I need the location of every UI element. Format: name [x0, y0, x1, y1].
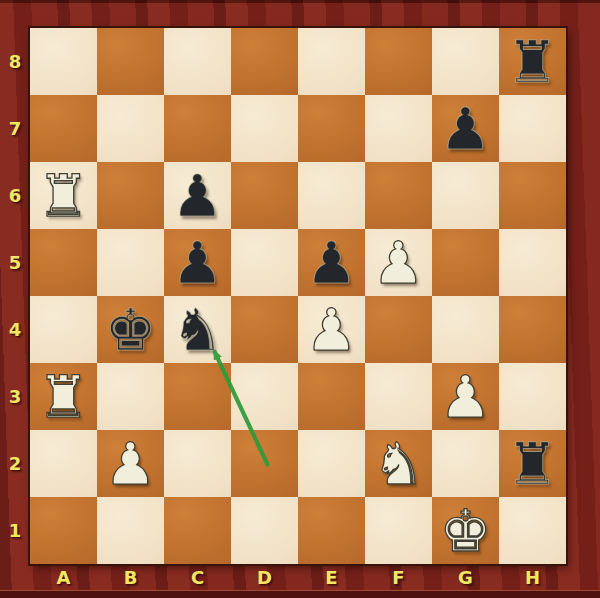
frame-bottom-edge: [0, 590, 600, 598]
square-g5[interactable]: [432, 229, 499, 296]
square-d5[interactable]: [231, 229, 298, 296]
square-a4[interactable]: [30, 296, 97, 363]
square-d3[interactable]: [231, 363, 298, 430]
square-b3[interactable]: [97, 363, 164, 430]
square-g3[interactable]: ♟: [432, 363, 499, 430]
square-f3[interactable]: [365, 363, 432, 430]
square-a8[interactable]: [30, 28, 97, 95]
square-e8[interactable]: [298, 28, 365, 95]
piece-black-pawn[interactable]: ♟: [440, 100, 492, 158]
square-b5[interactable]: [97, 229, 164, 296]
square-e1[interactable]: [298, 497, 365, 564]
square-a6[interactable]: ♜: [30, 162, 97, 229]
piece-black-knight[interactable]: ♞: [172, 301, 224, 359]
piece-white-rook[interactable]: ♜: [38, 167, 90, 225]
square-b8[interactable]: [97, 28, 164, 95]
square-f4[interactable]: [365, 296, 432, 363]
file-label-d: D: [231, 564, 298, 590]
square-h5[interactable]: [499, 229, 566, 296]
square-c1[interactable]: [164, 497, 231, 564]
piece-black-pawn[interactable]: ♟: [172, 234, 224, 292]
square-f8[interactable]: [365, 28, 432, 95]
file-label-h: H: [499, 564, 566, 590]
piece-black-pawn[interactable]: ♟: [172, 167, 224, 225]
square-h3[interactable]: [499, 363, 566, 430]
square-c4[interactable]: ♞: [164, 296, 231, 363]
file-label-a: A: [30, 564, 97, 590]
rank-label-8: 8: [0, 28, 30, 95]
piece-black-pawn[interactable]: ♟: [306, 234, 358, 292]
square-e4[interactable]: ♟: [298, 296, 365, 363]
square-b1[interactable]: [97, 497, 164, 564]
file-label-f: F: [365, 564, 432, 590]
square-a7[interactable]: [30, 95, 97, 162]
piece-white-pawn[interactable]: ♟: [373, 234, 425, 292]
square-h7[interactable]: [499, 95, 566, 162]
board-frame: ♜♟♜♟♟♟♟♚♞♟♜♟♟♞♜♚ 87654321 ABCDEFGH: [0, 0, 600, 598]
rank-label-5: 5: [0, 229, 30, 296]
square-b2[interactable]: ♟: [97, 430, 164, 497]
square-b7[interactable]: [97, 95, 164, 162]
square-g8[interactable]: [432, 28, 499, 95]
file-label-g: G: [432, 564, 499, 590]
square-f6[interactable]: [365, 162, 432, 229]
piece-black-rook[interactable]: ♜: [507, 435, 559, 493]
square-d6[interactable]: [231, 162, 298, 229]
piece-white-pawn[interactable]: ♟: [105, 435, 157, 493]
file-label-e: E: [298, 564, 365, 590]
square-d2[interactable]: [231, 430, 298, 497]
file-label-b: B: [97, 564, 164, 590]
rank-label-4: 4: [0, 296, 30, 363]
square-c8[interactable]: [164, 28, 231, 95]
square-d7[interactable]: [231, 95, 298, 162]
piece-white-rook[interactable]: ♜: [38, 368, 90, 426]
square-b4[interactable]: ♚: [97, 296, 164, 363]
square-c5[interactable]: ♟: [164, 229, 231, 296]
square-e2[interactable]: [298, 430, 365, 497]
square-h1[interactable]: [499, 497, 566, 564]
square-c6[interactable]: ♟: [164, 162, 231, 229]
square-c7[interactable]: [164, 95, 231, 162]
square-h2[interactable]: ♜: [499, 430, 566, 497]
rank-label-1: 1: [0, 497, 30, 564]
square-f7[interactable]: [365, 95, 432, 162]
square-e7[interactable]: [298, 95, 365, 162]
rank-label-6: 6: [0, 162, 30, 229]
square-c3[interactable]: [164, 363, 231, 430]
rank-label-3: 3: [0, 363, 30, 430]
piece-white-pawn[interactable]: ♟: [440, 368, 492, 426]
piece-black-rook[interactable]: ♜: [507, 33, 559, 91]
square-h6[interactable]: [499, 162, 566, 229]
board: ♜♟♜♟♟♟♟♚♞♟♜♟♟♞♜♚: [30, 28, 566, 564]
square-a2[interactable]: [30, 430, 97, 497]
square-e6[interactable]: [298, 162, 365, 229]
square-a1[interactable]: [30, 497, 97, 564]
rank-labels: 87654321: [0, 28, 30, 564]
square-f2[interactable]: ♞: [365, 430, 432, 497]
square-h4[interactable]: [499, 296, 566, 363]
file-labels: ABCDEFGH: [30, 564, 566, 590]
rank-label-2: 2: [0, 430, 30, 497]
square-d8[interactable]: [231, 28, 298, 95]
square-d1[interactable]: [231, 497, 298, 564]
rank-label-7: 7: [0, 95, 30, 162]
piece-black-king[interactable]: ♚: [105, 301, 157, 359]
square-a5[interactable]: [30, 229, 97, 296]
square-f1[interactable]: [365, 497, 432, 564]
square-a3[interactable]: ♜: [30, 363, 97, 430]
square-e5[interactable]: ♟: [298, 229, 365, 296]
piece-white-pawn[interactable]: ♟: [306, 301, 358, 359]
piece-white-king[interactable]: ♚: [440, 502, 492, 560]
square-c2[interactable]: [164, 430, 231, 497]
square-d4[interactable]: [231, 296, 298, 363]
square-e3[interactable]: [298, 363, 365, 430]
square-g1[interactable]: ♚: [432, 497, 499, 564]
square-g6[interactable]: [432, 162, 499, 229]
square-g7[interactable]: ♟: [432, 95, 499, 162]
square-b6[interactable]: [97, 162, 164, 229]
square-g4[interactable]: [432, 296, 499, 363]
file-label-c: C: [164, 564, 231, 590]
square-f5[interactable]: ♟: [365, 229, 432, 296]
piece-white-knight[interactable]: ♞: [373, 435, 425, 493]
square-g2[interactable]: [432, 430, 499, 497]
square-h8[interactable]: ♜: [499, 28, 566, 95]
